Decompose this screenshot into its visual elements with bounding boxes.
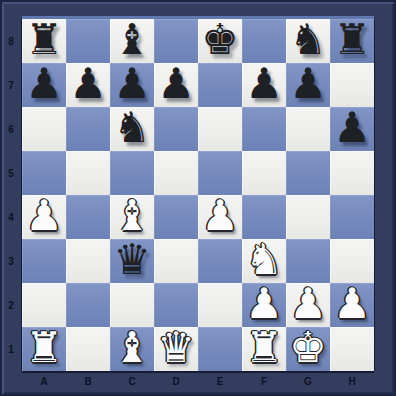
piece-black-knight[interactable]: ♞: [289, 19, 327, 61]
square-a7[interactable]: ♟: [22, 63, 66, 107]
square-h7[interactable]: [330, 63, 374, 107]
piece-white-rook[interactable]: ♜: [25, 327, 63, 369]
piece-white-bishop[interactable]: ♝: [113, 195, 151, 237]
piece-black-pawn[interactable]: ♟: [113, 63, 151, 105]
file-label-h: H: [330, 371, 374, 392]
square-a3[interactable]: [22, 239, 66, 283]
piece-black-rook[interactable]: ♜: [333, 19, 371, 61]
square-e5[interactable]: [198, 151, 242, 195]
file-label-c: C: [110, 371, 154, 392]
square-c3[interactable]: ♛: [110, 239, 154, 283]
rank-label-7: 7: [0, 63, 22, 107]
square-d3[interactable]: [154, 239, 198, 283]
square-c6[interactable]: ♞: [110, 107, 154, 151]
square-b5[interactable]: [66, 151, 110, 195]
square-e4[interactable]: ♟: [198, 195, 242, 239]
square-h2[interactable]: ♟: [330, 283, 374, 327]
square-d2[interactable]: [154, 283, 198, 327]
square-f3[interactable]: ♞: [242, 239, 286, 283]
square-b2[interactable]: [66, 283, 110, 327]
square-b4[interactable]: [66, 195, 110, 239]
square-d5[interactable]: [154, 151, 198, 195]
piece-black-queen[interactable]: ♛: [113, 239, 151, 281]
square-g7[interactable]: ♟: [286, 63, 330, 107]
square-g4[interactable]: [286, 195, 330, 239]
file-label-g: G: [286, 371, 330, 392]
piece-white-pawn[interactable]: ♟: [201, 195, 239, 237]
piece-white-pawn[interactable]: ♟: [333, 283, 371, 325]
piece-black-rook[interactable]: ♜: [25, 19, 63, 61]
square-g3[interactable]: [286, 239, 330, 283]
file-label-f: F: [242, 371, 286, 392]
square-b6[interactable]: [66, 107, 110, 151]
piece-black-bishop[interactable]: ♝: [113, 19, 151, 61]
square-a4[interactable]: ♟: [22, 195, 66, 239]
square-f1[interactable]: ♜: [242, 327, 286, 371]
square-d6[interactable]: [154, 107, 198, 151]
rank-label-6: 6: [0, 107, 22, 151]
square-a6[interactable]: [22, 107, 66, 151]
square-c4[interactable]: ♝: [110, 195, 154, 239]
rank-label-2: 2: [0, 283, 22, 327]
piece-white-king[interactable]: ♚: [289, 327, 327, 369]
square-b8[interactable]: [66, 19, 110, 63]
file-label-e: E: [198, 371, 242, 392]
piece-black-pawn[interactable]: ♟: [289, 63, 327, 105]
square-f7[interactable]: ♟: [242, 63, 286, 107]
rank-label-5: 5: [0, 151, 22, 195]
piece-white-rook[interactable]: ♜: [245, 327, 283, 369]
square-g6[interactable]: [286, 107, 330, 151]
piece-black-knight[interactable]: ♞: [113, 107, 151, 149]
piece-black-pawn[interactable]: ♟: [69, 63, 107, 105]
board: ♜♝♚♞♜♟♟♟♟♟♟♞♟♟♝♟♛♞♟♟♟♜♝♛♜♚: [22, 19, 374, 371]
piece-black-king[interactable]: ♚: [201, 19, 239, 61]
piece-black-pawn[interactable]: ♟: [333, 107, 371, 149]
square-e8[interactable]: ♚: [198, 19, 242, 63]
square-f5[interactable]: [242, 151, 286, 195]
square-g2[interactable]: ♟: [286, 283, 330, 327]
square-a2[interactable]: [22, 283, 66, 327]
square-g5[interactable]: [286, 151, 330, 195]
square-b3[interactable]: [66, 239, 110, 283]
square-f4[interactable]: [242, 195, 286, 239]
square-d8[interactable]: [154, 19, 198, 63]
square-h6[interactable]: ♟: [330, 107, 374, 151]
square-c8[interactable]: ♝: [110, 19, 154, 63]
square-a1[interactable]: ♜: [22, 327, 66, 371]
piece-black-pawn[interactable]: ♟: [245, 63, 283, 105]
square-e6[interactable]: [198, 107, 242, 151]
square-f2[interactable]: ♟: [242, 283, 286, 327]
square-h4[interactable]: [330, 195, 374, 239]
rank-label-4: 4: [0, 195, 22, 239]
rank-labels: 87654321: [0, 19, 22, 371]
piece-white-bishop[interactable]: ♝: [113, 327, 151, 369]
rank-label-3: 3: [0, 239, 22, 283]
square-e7[interactable]: [198, 63, 242, 107]
square-e2[interactable]: [198, 283, 242, 327]
square-h3[interactable]: [330, 239, 374, 283]
file-label-a: A: [22, 371, 66, 392]
square-c5[interactable]: [110, 151, 154, 195]
piece-white-pawn[interactable]: ♟: [25, 195, 63, 237]
square-c2[interactable]: [110, 283, 154, 327]
piece-black-pawn[interactable]: ♟: [157, 63, 195, 105]
square-c1[interactable]: ♝: [110, 327, 154, 371]
square-b1[interactable]: [66, 327, 110, 371]
square-g8[interactable]: ♞: [286, 19, 330, 63]
square-h8[interactable]: ♜: [330, 19, 374, 63]
piece-white-queen[interactable]: ♛: [157, 327, 195, 369]
piece-white-knight[interactable]: ♞: [245, 239, 283, 281]
piece-black-pawn[interactable]: ♟: [25, 63, 63, 105]
square-d7[interactable]: ♟: [154, 63, 198, 107]
rank-label-1: 1: [0, 327, 22, 371]
square-e1[interactable]: [198, 327, 242, 371]
square-d4[interactable]: [154, 195, 198, 239]
square-a8[interactable]: ♜: [22, 19, 66, 63]
square-g1[interactable]: ♚: [286, 327, 330, 371]
square-b7[interactable]: ♟: [66, 63, 110, 107]
square-f8[interactable]: [242, 19, 286, 63]
file-label-b: B: [66, 371, 110, 392]
square-f6[interactable]: [242, 107, 286, 151]
square-a5[interactable]: [22, 151, 66, 195]
square-e3[interactable]: [198, 239, 242, 283]
square-d1[interactable]: ♛: [154, 327, 198, 371]
square-h5[interactable]: [330, 151, 374, 195]
piece-white-pawn[interactable]: ♟: [289, 283, 327, 325]
piece-white-pawn[interactable]: ♟: [245, 283, 283, 325]
square-c7[interactable]: ♟: [110, 63, 154, 107]
file-label-d: D: [154, 371, 198, 392]
file-labels: ABCDEFGH: [22, 371, 374, 392]
square-h1[interactable]: [330, 327, 374, 371]
rank-label-8: 8: [0, 19, 22, 63]
chess-board-frame: 87654321 ♜♝♚♞♜♟♟♟♟♟♟♞♟♟♝♟♛♞♟♟♟♜♝♛♜♚ ABCD…: [0, 0, 396, 396]
